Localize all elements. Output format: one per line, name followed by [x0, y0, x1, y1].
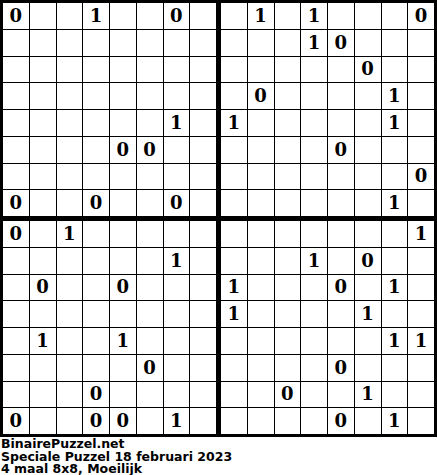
cell-r1c1: 0: [3, 3, 29, 29]
cell-r13c6[interactable]: [137, 328, 163, 354]
cell-r1c15[interactable]: [382, 3, 408, 29]
cell-r3c16[interactable]: [408, 57, 434, 83]
cell-r8c11[interactable]: [275, 190, 301, 216]
cell-r9c8[interactable]: [190, 221, 216, 247]
cell-r14c11[interactable]: [275, 355, 301, 381]
cell-r6c15[interactable]: [382, 137, 408, 163]
cell-r15c7[interactable]: [164, 382, 190, 408]
cell-r10c16[interactable]: [408, 248, 434, 274]
caption: BinairePuzzel.net Speciale Puzzel 18 feb…: [0, 437, 437, 475]
cell-r6c2[interactable]: [30, 137, 56, 163]
cell-r14c8[interactable]: [190, 355, 216, 381]
cell-r14c14[interactable]: [355, 355, 381, 381]
cell-r16c7: 1: [164, 408, 190, 434]
cell-r9c11[interactable]: [275, 221, 301, 247]
cell-r1c10: 1: [248, 3, 274, 29]
cell-r13c5: 1: [110, 328, 136, 354]
cell-r11c5: 0: [110, 275, 136, 301]
cell-r4c13[interactable]: [328, 83, 354, 109]
cell-r9c4[interactable]: [83, 221, 109, 247]
cell-r8c5[interactable]: [110, 190, 136, 216]
cell-r15c11: 0: [275, 382, 301, 408]
cell-r13c7[interactable]: [164, 328, 190, 354]
cell-r11c16[interactable]: [408, 275, 434, 301]
cell-r13c9[interactable]: [221, 328, 247, 354]
cell-r14c9[interactable]: [221, 355, 247, 381]
cell-r14c10[interactable]: [248, 355, 274, 381]
cell-r1c12: 1: [301, 3, 327, 29]
cell-r11c14[interactable]: [355, 275, 381, 301]
cell-r14c6: 0: [137, 355, 163, 381]
cell-r10c7: 1: [164, 248, 190, 274]
cell-r12c1[interactable]: [3, 301, 29, 327]
cell-r2c11[interactable]: [275, 30, 301, 56]
cell-r8c14[interactable]: [355, 190, 381, 216]
cell-r2c8[interactable]: [190, 30, 216, 56]
cell-r12c14: 1: [355, 301, 381, 327]
cell-r2c14[interactable]: [355, 30, 381, 56]
cell-r7c14[interactable]: [355, 164, 381, 190]
cell-r1c8[interactable]: [190, 3, 216, 29]
cell-r5c6[interactable]: [137, 110, 163, 136]
cell-r2c3[interactable]: [57, 30, 83, 56]
cell-r5c3[interactable]: [57, 110, 83, 136]
cell-r4c11[interactable]: [275, 83, 301, 109]
cell-r5c4[interactable]: [83, 110, 109, 136]
puzzle-page: 010100000 1101000111001 0110011000001 11…: [0, 0, 437, 475]
cell-r8c6[interactable]: [137, 190, 163, 216]
cell-r15c12[interactable]: [301, 382, 327, 408]
cell-r14c15[interactable]: [382, 355, 408, 381]
cell-r16c4: 0: [83, 408, 109, 434]
cell-r4c9[interactable]: [221, 83, 247, 109]
cell-r4c5[interactable]: [110, 83, 136, 109]
cell-r11c6[interactable]: [137, 275, 163, 301]
cell-r15c16[interactable]: [408, 382, 434, 408]
cell-r5c12[interactable]: [301, 110, 327, 136]
cell-r8c8[interactable]: [190, 190, 216, 216]
cell-r10c15[interactable]: [382, 248, 408, 274]
cell-r12c6[interactable]: [137, 301, 163, 327]
cell-r12c3[interactable]: [57, 301, 83, 327]
cell-r12c5[interactable]: [110, 301, 136, 327]
cell-r2c15[interactable]: [382, 30, 408, 56]
cell-r11c12[interactable]: [301, 275, 327, 301]
cell-r10c11[interactable]: [275, 248, 301, 274]
cell-r12c8[interactable]: [190, 301, 216, 327]
cell-r9c13[interactable]: [328, 221, 354, 247]
cell-r14c5[interactable]: [110, 355, 136, 381]
cell-r1c2[interactable]: [30, 3, 56, 29]
cell-r16c5: 0: [110, 408, 136, 434]
cell-r3c10[interactable]: [248, 57, 274, 83]
cell-r2c5[interactable]: [110, 30, 136, 56]
quadrant-top-left: 010100000: [3, 3, 216, 216]
cell-r6c11[interactable]: [275, 137, 301, 163]
cell-r3c2[interactable]: [30, 57, 56, 83]
cell-r16c14[interactable]: [355, 408, 381, 434]
cell-r2c7[interactable]: [164, 30, 190, 56]
cell-r11c8[interactable]: [190, 275, 216, 301]
cell-r5c15: 1: [382, 110, 408, 136]
cell-r3c3[interactable]: [57, 57, 83, 83]
cell-r12c10[interactable]: [248, 301, 274, 327]
cell-r13c16: 1: [408, 328, 434, 354]
cell-r10c8[interactable]: [190, 248, 216, 274]
cell-r5c5[interactable]: [110, 110, 136, 136]
quadrant-bottom-right: 110101111100101: [221, 221, 434, 434]
cell-r9c5[interactable]: [110, 221, 136, 247]
cell-r3c11[interactable]: [275, 57, 301, 83]
cell-r4c8[interactable]: [190, 83, 216, 109]
cell-r4c14[interactable]: [355, 83, 381, 109]
cell-r6c3[interactable]: [57, 137, 83, 163]
cell-r14c12[interactable]: [301, 355, 327, 381]
cell-r13c10[interactable]: [248, 328, 274, 354]
cell-r9c14[interactable]: [355, 221, 381, 247]
cell-r1c4: 1: [83, 3, 109, 29]
cell-r3c7[interactable]: [164, 57, 190, 83]
cell-r8c4: 0: [83, 190, 109, 216]
cell-r6c9[interactable]: [221, 137, 247, 163]
quadrant-bottom-left: 0110011000001: [3, 221, 216, 434]
cell-r4c15: 1: [382, 83, 408, 109]
cell-r6c7[interactable]: [164, 137, 190, 163]
cell-r14c13: 0: [328, 355, 354, 381]
cell-r16c15: 1: [382, 408, 408, 434]
cell-r6c13: 0: [328, 137, 354, 163]
cell-r1c16: 0: [408, 3, 434, 29]
cell-r16c10[interactable]: [248, 408, 274, 434]
cell-r3c6[interactable]: [137, 57, 163, 83]
cell-r1c11[interactable]: [275, 3, 301, 29]
cell-r7c11[interactable]: [275, 164, 301, 190]
cell-r9c7[interactable]: [164, 221, 190, 247]
cell-r2c1[interactable]: [3, 30, 29, 56]
cell-r13c13[interactable]: [328, 328, 354, 354]
cell-r13c11[interactable]: [275, 328, 301, 354]
cell-r10c13[interactable]: [328, 248, 354, 274]
cell-r16c9[interactable]: [221, 408, 247, 434]
cell-r12c4[interactable]: [83, 301, 109, 327]
cell-r15c10[interactable]: [248, 382, 274, 408]
cell-r3c1[interactable]: [3, 57, 29, 83]
cell-r8c13[interactable]: [328, 190, 354, 216]
cell-r4c2[interactable]: [30, 83, 56, 109]
cell-r11c11[interactable]: [275, 275, 301, 301]
cell-r16c3[interactable]: [57, 408, 83, 434]
cell-r8c2[interactable]: [30, 190, 56, 216]
cell-r14c2[interactable]: [30, 355, 56, 381]
cell-r12c2[interactable]: [30, 301, 56, 327]
cell-r13c2: 1: [30, 328, 56, 354]
cell-r3c12[interactable]: [301, 57, 327, 83]
cell-r2c2[interactable]: [30, 30, 56, 56]
cell-r10c5[interactable]: [110, 248, 136, 274]
cell-r11c3[interactable]: [57, 275, 83, 301]
cell-r15c4: 0: [83, 382, 109, 408]
cell-r5c16[interactable]: [408, 110, 434, 136]
cell-r15c5[interactable]: [110, 382, 136, 408]
cell-r2c4[interactable]: [83, 30, 109, 56]
cell-r7c6[interactable]: [137, 164, 163, 190]
cell-r9c6[interactable]: [137, 221, 163, 247]
cell-r12c15[interactable]: [382, 301, 408, 327]
cell-r1c3[interactable]: [57, 3, 83, 29]
cell-r14c16[interactable]: [408, 355, 434, 381]
cell-r14c4[interactable]: [83, 355, 109, 381]
cell-r5c1[interactable]: [3, 110, 29, 136]
cell-r7c15[interactable]: [382, 164, 408, 190]
cell-r5c11[interactable]: [275, 110, 301, 136]
cell-r3c5[interactable]: [110, 57, 136, 83]
cell-r13c8[interactable]: [190, 328, 216, 354]
cell-r10c4[interactable]: [83, 248, 109, 274]
cell-r15c14: 1: [355, 382, 381, 408]
cell-r7c16: 0: [408, 164, 434, 190]
cell-r7c3[interactable]: [57, 164, 83, 190]
cell-r3c9[interactable]: [221, 57, 247, 83]
cell-r10c9[interactable]: [221, 248, 247, 274]
cell-r11c13: 0: [328, 275, 354, 301]
cell-r11c7[interactable]: [164, 275, 190, 301]
cell-r16c8[interactable]: [190, 408, 216, 434]
cell-r15c1[interactable]: [3, 382, 29, 408]
binairo-board: 010100000 1101000111001 0110011000001 11…: [0, 0, 437, 437]
cell-r10c2[interactable]: [30, 248, 56, 274]
cell-r12c11[interactable]: [275, 301, 301, 327]
cell-r4c16[interactable]: [408, 83, 434, 109]
cell-r5c14[interactable]: [355, 110, 381, 136]
cell-r9c15[interactable]: [382, 221, 408, 247]
cell-r7c5[interactable]: [110, 164, 136, 190]
cell-r2c9[interactable]: [221, 30, 247, 56]
cell-r6c8[interactable]: [190, 137, 216, 163]
cell-r6c6: 0: [137, 137, 163, 163]
cell-r2c10[interactable]: [248, 30, 274, 56]
cell-r4c4[interactable]: [83, 83, 109, 109]
quadrant-top-right: 1101000111001: [221, 3, 434, 216]
cell-r8c7: 0: [164, 190, 190, 216]
cell-r9c9[interactable]: [221, 221, 247, 247]
cell-r8c1: 0: [3, 190, 29, 216]
cell-r14c1[interactable]: [3, 355, 29, 381]
cell-r16c12[interactable]: [301, 408, 327, 434]
cell-r12c13[interactable]: [328, 301, 354, 327]
cell-r3c13[interactable]: [328, 57, 354, 83]
cell-r7c2[interactable]: [30, 164, 56, 190]
cell-r5c13[interactable]: [328, 110, 354, 136]
cell-r13c14[interactable]: [355, 328, 381, 354]
cell-r10c1[interactable]: [3, 248, 29, 274]
cell-r7c9[interactable]: [221, 164, 247, 190]
cell-r14c3[interactable]: [57, 355, 83, 381]
cell-r1c14[interactable]: [355, 3, 381, 29]
cell-r7c7[interactable]: [164, 164, 190, 190]
cell-r9c2[interactable]: [30, 221, 56, 247]
cell-r5c10[interactable]: [248, 110, 274, 136]
cell-r1c5[interactable]: [110, 3, 136, 29]
cell-r8c3[interactable]: [57, 190, 83, 216]
cell-r11c2: 0: [30, 275, 56, 301]
cell-r3c8[interactable]: [190, 57, 216, 83]
cell-r12c7[interactable]: [164, 301, 190, 327]
cell-r10c10[interactable]: [248, 248, 274, 274]
cell-r9c3: 1: [57, 221, 83, 247]
cell-r2c16[interactable]: [408, 30, 434, 56]
cell-r8c16[interactable]: [408, 190, 434, 216]
cell-r10c6[interactable]: [137, 248, 163, 274]
cell-r6c10[interactable]: [248, 137, 274, 163]
cell-r8c9[interactable]: [221, 190, 247, 216]
cell-r5c9: 1: [221, 110, 247, 136]
cell-r6c1[interactable]: [3, 137, 29, 163]
cell-r16c16[interactable]: [408, 408, 434, 434]
cell-r6c14[interactable]: [355, 137, 381, 163]
cell-r13c4[interactable]: [83, 328, 109, 354]
cell-r11c4[interactable]: [83, 275, 109, 301]
cell-r7c13[interactable]: [328, 164, 354, 190]
cell-r7c12[interactable]: [301, 164, 327, 190]
cell-r1c9[interactable]: [221, 3, 247, 29]
cell-r4c6[interactable]: [137, 83, 163, 109]
cell-r16c13: 0: [328, 408, 354, 434]
cell-r11c1[interactable]: [3, 275, 29, 301]
cell-r4c12[interactable]: [301, 83, 327, 109]
cell-r15c13[interactable]: [328, 382, 354, 408]
cell-r1c7: 0: [164, 3, 190, 29]
cell-r11c10[interactable]: [248, 275, 274, 301]
cell-r7c8[interactable]: [190, 164, 216, 190]
cell-r3c14: 0: [355, 57, 381, 83]
cell-r9c16: 1: [408, 221, 434, 247]
cell-r2c6[interactable]: [137, 30, 163, 56]
cell-r6c4[interactable]: [83, 137, 109, 163]
cell-r11c15: 1: [382, 275, 408, 301]
cell-r12c16[interactable]: [408, 301, 434, 327]
cell-r4c7[interactable]: [164, 83, 190, 109]
cell-r10c3[interactable]: [57, 248, 83, 274]
cell-r15c3[interactable]: [57, 382, 83, 408]
cell-r2c12: 1: [301, 30, 327, 56]
cell-r15c9[interactable]: [221, 382, 247, 408]
cell-r15c15[interactable]: [382, 382, 408, 408]
cell-r15c6[interactable]: [137, 382, 163, 408]
cell-r9c12[interactable]: [301, 221, 327, 247]
cell-r10c14: 0: [355, 248, 381, 274]
cell-r16c2[interactable]: [30, 408, 56, 434]
cell-r1c13[interactable]: [328, 3, 354, 29]
cell-r6c16[interactable]: [408, 137, 434, 163]
cell-r3c4[interactable]: [83, 57, 109, 83]
cell-r9c1: 0: [3, 221, 29, 247]
cell-r3c15[interactable]: [382, 57, 408, 83]
cell-r8c10[interactable]: [248, 190, 274, 216]
cell-r14c7[interactable]: [164, 355, 190, 381]
cell-r16c1: 0: [3, 408, 29, 434]
cell-r9c10[interactable]: [248, 221, 274, 247]
cell-r12c9: 1: [221, 301, 247, 327]
cell-r16c11[interactable]: [275, 408, 301, 434]
cell-r13c3[interactable]: [57, 328, 83, 354]
cell-r15c2[interactable]: [30, 382, 56, 408]
cell-r4c3[interactable]: [57, 83, 83, 109]
cell-r2c13: 0: [328, 30, 354, 56]
cell-r16c6[interactable]: [137, 408, 163, 434]
cell-r4c10: 0: [248, 83, 274, 109]
cell-r4c1[interactable]: [3, 83, 29, 109]
cell-r1c6[interactable]: [137, 3, 163, 29]
puzzle-spec: 4 maal 8x8, Moeilijk: [1, 463, 437, 475]
cell-r10c12: 1: [301, 248, 327, 274]
cell-r11c9: 1: [221, 275, 247, 301]
cell-r6c5: 0: [110, 137, 136, 163]
cell-r13c12[interactable]: [301, 328, 327, 354]
cell-r7c4[interactable]: [83, 164, 109, 190]
cell-r6c12[interactable]: [301, 137, 327, 163]
cell-r13c1[interactable]: [3, 328, 29, 354]
cell-r7c10[interactable]: [248, 164, 274, 190]
cell-r5c7: 1: [164, 110, 190, 136]
cell-r8c15: 1: [382, 190, 408, 216]
cell-r13c15: 1: [382, 328, 408, 354]
cell-r5c2[interactable]: [30, 110, 56, 136]
cell-r5c8[interactable]: [190, 110, 216, 136]
cell-r7c1[interactable]: [3, 164, 29, 190]
cell-r15c8[interactable]: [190, 382, 216, 408]
cell-r12c12[interactable]: [301, 301, 327, 327]
cell-r8c12[interactable]: [301, 190, 327, 216]
